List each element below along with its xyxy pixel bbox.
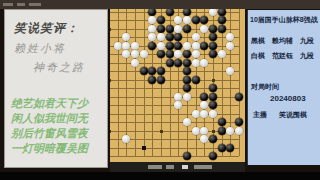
white-stone	[174, 93, 182, 101]
commentary-heading: 笑说笑评：	[14, 20, 79, 37]
white-stone	[122, 33, 130, 41]
black-stone	[209, 33, 217, 41]
black-stone	[209, 42, 217, 50]
game-info-panel: 10届国手山脉杯8强战 黑棋赖均辅九段 白棋范廷钰九段 对局时间 2024080…	[247, 10, 320, 165]
white-stone	[174, 101, 182, 109]
white-stone	[122, 135, 130, 143]
white-stone	[157, 42, 165, 50]
star-point	[110, 28, 111, 31]
black-stone	[183, 152, 191, 160]
white-player-name: 范廷钰	[272, 52, 293, 59]
black-stone	[200, 16, 208, 24]
star-point	[160, 130, 163, 133]
black-stone	[183, 76, 191, 84]
toolbar-chip[interactable]	[194, 165, 212, 169]
black-stone	[157, 76, 165, 84]
stream-frame: 笑说笑评： 赖姓小将 神奇之路 绝艺如君天下少 闲人似我世间无 别后竹窗风雪夜 …	[0, 0, 320, 180]
black-stone	[157, 67, 165, 75]
black-stone	[148, 76, 156, 84]
black-stone	[218, 16, 226, 24]
grid-line-vertical	[144, 9, 145, 156]
black-player-row: 黑棋赖均辅九段	[251, 36, 314, 46]
toolbar-chip[interactable]	[166, 165, 174, 169]
black-stone	[218, 144, 226, 152]
black-stone	[218, 118, 226, 126]
white-stone	[140, 50, 148, 58]
black-stone	[209, 50, 217, 58]
titlebar-text-mark	[3, 3, 13, 6]
grid-line-horizontal	[110, 88, 239, 89]
white-stone	[200, 110, 208, 118]
white-stone	[174, 16, 182, 24]
black-player-rank: 九段	[300, 37, 314, 44]
grid-line-vertical	[126, 9, 127, 156]
white-stone	[114, 42, 122, 50]
white-stone	[200, 101, 208, 109]
white-stone	[183, 118, 191, 126]
game-date: 20240803	[270, 94, 306, 103]
black-stone	[235, 93, 243, 101]
star-point	[110, 130, 111, 133]
black-stone	[148, 9, 156, 16]
grid-line-horizontal	[110, 80, 239, 81]
white-label: 白棋	[251, 52, 265, 59]
black-stone	[174, 33, 182, 41]
commentary-subtitle-1: 赖姓小将	[14, 41, 66, 56]
black-stone	[183, 84, 191, 92]
star-point	[212, 79, 215, 82]
white-stone	[148, 25, 156, 33]
black-stone	[166, 9, 174, 16]
black-stone	[174, 59, 182, 67]
black-stone	[183, 50, 191, 58]
grid-line-horizontal	[110, 71, 239, 72]
black-stone	[166, 59, 174, 67]
white-stone	[148, 16, 156, 24]
window-title-bar	[0, 0, 320, 9]
host-label: 主播	[253, 111, 267, 118]
white-stone	[218, 50, 226, 58]
black-stone	[157, 25, 165, 33]
black-stone	[200, 93, 208, 101]
white-stone	[235, 127, 243, 135]
black-stone	[183, 67, 191, 75]
black-stone	[218, 25, 226, 33]
black-stone	[148, 67, 156, 75]
black-stone	[235, 118, 243, 126]
black-stone	[148, 42, 156, 50]
star-point	[212, 130, 215, 133]
white-stone	[122, 50, 130, 58]
white-stone	[192, 127, 200, 135]
white-player-row: 白棋范廷钰九段	[251, 51, 314, 61]
black-stone	[140, 67, 148, 75]
white-stone	[226, 42, 234, 50]
white-stone	[157, 33, 165, 41]
black-stone	[157, 50, 165, 58]
poem-line: 别后竹窗风雪夜	[11, 126, 88, 141]
white-stone	[131, 42, 139, 50]
white-stone	[192, 59, 200, 67]
white-stone	[192, 42, 200, 50]
black-stone	[157, 16, 165, 24]
white-stone	[122, 42, 130, 50]
host-name: 笑说围棋	[279, 111, 307, 118]
black-stone	[200, 42, 208, 50]
white-stone	[174, 25, 182, 33]
white-stone	[226, 67, 234, 75]
grid-line-vertical	[118, 9, 119, 156]
game-time-label: 对局时间	[251, 82, 279, 92]
commentary-subtitle-2: 神奇之路	[33, 60, 85, 75]
titlebar-text-mark	[29, 3, 41, 6]
white-stone	[183, 42, 191, 50]
toolbar-chip[interactable]	[182, 165, 188, 169]
black-stone	[209, 93, 217, 101]
black-stone	[174, 42, 182, 50]
black-stone	[166, 50, 174, 58]
black-stone	[166, 25, 174, 33]
white-stone	[192, 33, 200, 41]
black-stone	[209, 152, 217, 160]
white-stone	[183, 16, 191, 24]
toolbar-chip[interactable]	[148, 165, 162, 169]
poem-block: 绝艺如君天下少 闲人似我世间无 别后竹窗风雪夜 一灯明暗覆吴图	[11, 96, 88, 156]
black-stone	[209, 25, 217, 33]
move-marker	[142, 146, 146, 150]
poem-line: 一灯明暗覆吴图	[11, 141, 88, 156]
white-player-rank: 九段	[300, 52, 314, 59]
black-stone	[192, 76, 200, 84]
white-stone	[200, 135, 208, 143]
white-stone	[200, 25, 208, 33]
white-stone	[200, 127, 208, 135]
titlebar-text-mark	[17, 3, 25, 6]
black-player-name: 赖均辅	[272, 37, 293, 44]
white-stone	[226, 127, 234, 135]
white-stone	[148, 33, 156, 41]
black-stone	[166, 42, 174, 50]
letterbox-strip	[0, 172, 320, 180]
black-stone	[183, 25, 191, 33]
black-stone	[218, 9, 226, 16]
black-stone	[209, 101, 217, 109]
black-label: 黑棋	[251, 37, 265, 44]
black-stone	[218, 127, 226, 135]
black-stone	[209, 135, 217, 143]
black-stone	[183, 9, 191, 16]
black-stone	[226, 144, 234, 152]
host-row: 主播笑说围棋	[253, 110, 307, 120]
white-stone	[183, 93, 191, 101]
go-board[interactable]	[110, 9, 245, 162]
white-stone	[131, 50, 139, 58]
star-point	[110, 79, 111, 82]
grid-line-horizontal	[110, 114, 239, 115]
white-stone	[192, 50, 200, 58]
black-stone	[183, 59, 191, 67]
poem-line: 闲人似我世间无	[11, 111, 88, 126]
poem-line: 绝艺如君天下少	[11, 96, 88, 111]
white-stone	[174, 50, 182, 58]
board-toolbar	[110, 162, 245, 172]
white-stone	[209, 110, 217, 118]
black-stone	[166, 33, 174, 41]
white-stone	[200, 59, 208, 67]
white-stone	[209, 9, 217, 16]
white-stone	[131, 59, 139, 67]
white-stone	[192, 110, 200, 118]
grid-line-horizontal	[110, 156, 239, 157]
grid-line-vertical	[135, 9, 136, 156]
black-stone	[209, 84, 217, 92]
event-title: 10届国手山脉杯8强战	[250, 15, 318, 25]
commentary-panel: 笑说笑评： 赖姓小将 神奇之路 绝艺如君天下少 闲人似我世间无 别后竹窗风雪夜 …	[4, 9, 108, 168]
black-stone	[192, 16, 200, 24]
white-stone	[226, 33, 234, 41]
